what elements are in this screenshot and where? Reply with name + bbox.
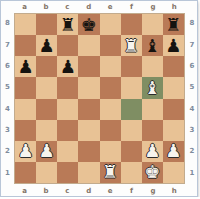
- square-f2[interactable]: [121, 141, 142, 162]
- square-e2[interactable]: [100, 141, 121, 162]
- file-label-d: d: [78, 188, 99, 195]
- piece-white-bishop-g5[interactable]: ♝: [144, 79, 160, 97]
- square-a8[interactable]: [15, 14, 36, 35]
- square-d1[interactable]: [78, 162, 99, 183]
- square-g4[interactable]: [142, 99, 163, 120]
- square-a5[interactable]: [15, 77, 36, 98]
- rank-label-5: 5: [1, 84, 14, 91]
- square-g6[interactable]: [142, 56, 163, 77]
- piece-black-rook-h8[interactable]: ♜: [165, 16, 181, 34]
- piece-white-rook-e1[interactable]: ♜: [102, 163, 118, 181]
- square-d3[interactable]: [78, 120, 99, 141]
- square-g7[interactable]: ♝: [142, 35, 163, 56]
- square-c4[interactable]: [57, 99, 78, 120]
- square-e1[interactable]: ♜: [100, 162, 121, 183]
- file-label-g: g: [142, 188, 163, 195]
- file-label-c: c: [57, 4, 78, 11]
- square-a7[interactable]: [15, 35, 36, 56]
- square-h5[interactable]: [163, 77, 184, 98]
- file-labels-top: abcdefgh: [14, 1, 185, 13]
- piece-black-rook-c8[interactable]: ♜: [60, 16, 76, 34]
- square-e3[interactable]: [100, 120, 121, 141]
- square-a4[interactable]: [15, 99, 36, 120]
- rank-label-8: 8: [185, 20, 198, 27]
- rank-label-1: 1: [1, 170, 14, 177]
- square-b3[interactable]: [36, 120, 57, 141]
- square-a1[interactable]: [15, 162, 36, 183]
- file-label-b: b: [35, 188, 56, 195]
- square-d5[interactable]: [78, 77, 99, 98]
- square-c6[interactable]: ♟: [57, 56, 78, 77]
- square-b1[interactable]: [36, 162, 57, 183]
- rank-label-7: 7: [185, 42, 198, 49]
- rank-label-6: 6: [1, 63, 14, 70]
- square-d2[interactable]: [78, 141, 99, 162]
- file-label-e: e: [100, 4, 121, 11]
- rank-label-1: 1: [185, 170, 198, 177]
- square-e7[interactable]: [100, 35, 121, 56]
- file-label-f: f: [121, 188, 142, 195]
- square-d8[interactable]: ♚: [78, 14, 99, 35]
- piece-black-pawn-c6[interactable]: ♟: [60, 58, 76, 76]
- chess-board-widget: abcdefgh 87654321 ♜♚♜♟♜♝♟♟♟♝♟♟♟♟♜♚ 87654…: [0, 0, 198, 197]
- square-h1[interactable]: [163, 162, 184, 183]
- chess-board: ♜♚♜♟♜♝♟♟♟♝♟♟♟♟♜♚: [14, 13, 185, 184]
- square-f4[interactable]: [121, 99, 142, 120]
- piece-white-pawn-g2[interactable]: ♟: [144, 142, 160, 160]
- square-f1[interactable]: [121, 162, 142, 183]
- file-label-b: b: [35, 4, 56, 11]
- square-d6[interactable]: [78, 56, 99, 77]
- file-label-a: a: [14, 188, 35, 195]
- rank-label-5: 5: [185, 84, 198, 91]
- square-h2[interactable]: ♟: [163, 141, 184, 162]
- file-label-c: c: [57, 188, 78, 195]
- square-g8[interactable]: [142, 14, 163, 35]
- square-c1[interactable]: [57, 162, 78, 183]
- square-b4[interactable]: [36, 99, 57, 120]
- square-h7[interactable]: ♟: [163, 35, 184, 56]
- file-label-d: d: [78, 4, 99, 11]
- square-c8[interactable]: ♜: [57, 14, 78, 35]
- rank-label-8: 8: [1, 20, 14, 27]
- square-c3[interactable]: [57, 120, 78, 141]
- square-c7[interactable]: [57, 35, 78, 56]
- square-b5[interactable]: [36, 77, 57, 98]
- square-h3[interactable]: [163, 120, 184, 141]
- rank-label-3: 3: [1, 127, 14, 134]
- square-g5[interactable]: ♝: [142, 77, 163, 98]
- square-f5[interactable]: [121, 77, 142, 98]
- square-d4[interactable]: [78, 99, 99, 120]
- rank-labels-right: 87654321: [185, 13, 198, 184]
- rank-label-2: 2: [1, 148, 14, 155]
- square-a3[interactable]: [15, 120, 36, 141]
- square-f8[interactable]: [121, 14, 142, 35]
- square-f6[interactable]: [121, 56, 142, 77]
- rank-label-7: 7: [1, 42, 14, 49]
- square-b7[interactable]: ♟: [36, 35, 57, 56]
- square-e4[interactable]: [100, 99, 121, 120]
- file-label-f: f: [121, 4, 142, 11]
- piece-black-pawn-a6[interactable]: ♟: [17, 58, 33, 76]
- square-b6[interactable]: [36, 56, 57, 77]
- square-b2[interactable]: ♟: [36, 141, 57, 162]
- file-labels-bottom: abcdefgh: [14, 184, 185, 197]
- square-f3[interactable]: [121, 120, 142, 141]
- file-label-g: g: [142, 4, 163, 11]
- rank-label-4: 4: [185, 106, 198, 113]
- piece-black-king-d8[interactable]: ♚: [81, 16, 97, 34]
- piece-black-bishop-g7[interactable]: ♝: [144, 37, 160, 55]
- square-g1[interactable]: ♚: [142, 162, 163, 183]
- rank-label-6: 6: [185, 63, 198, 70]
- rank-labels-left: 87654321: [1, 13, 14, 184]
- square-c2[interactable]: [57, 141, 78, 162]
- square-e5[interactable]: [100, 77, 121, 98]
- square-h6[interactable]: [163, 56, 184, 77]
- piece-black-pawn-h7[interactable]: ♟: [165, 37, 181, 55]
- square-h8[interactable]: ♜: [163, 14, 184, 35]
- file-label-e: e: [100, 188, 121, 195]
- square-f7[interactable]: ♜: [121, 35, 142, 56]
- square-e8[interactable]: [100, 14, 121, 35]
- rank-label-2: 2: [185, 148, 198, 155]
- rank-label-3: 3: [185, 127, 198, 134]
- piece-black-pawn-b7[interactable]: ♟: [39, 37, 55, 55]
- piece-white-rook-f7[interactable]: ♜: [123, 37, 139, 55]
- square-c5[interactable]: [57, 77, 78, 98]
- file-label-h: h: [164, 4, 185, 11]
- file-label-h: h: [164, 188, 185, 195]
- board-layout: abcdefgh 87654321 ♜♚♜♟♜♝♟♟♟♝♟♟♟♟♜♚ 87654…: [1, 1, 197, 197]
- piece-white-king-g1[interactable]: ♚: [144, 163, 160, 181]
- rank-label-4: 4: [1, 106, 14, 113]
- square-a2[interactable]: ♟: [15, 141, 36, 162]
- square-g3[interactable]: [142, 120, 163, 141]
- square-e6[interactable]: [100, 56, 121, 77]
- file-label-a: a: [14, 4, 35, 11]
- piece-white-pawn-b2[interactable]: ♟: [39, 142, 55, 160]
- square-h4[interactable]: [163, 99, 184, 120]
- square-b8[interactable]: [36, 14, 57, 35]
- piece-white-pawn-a2[interactable]: ♟: [17, 142, 33, 160]
- square-g2[interactable]: ♟: [142, 141, 163, 162]
- square-a6[interactable]: ♟: [15, 56, 36, 77]
- piece-white-pawn-h2[interactable]: ♟: [165, 142, 181, 160]
- square-d7[interactable]: [78, 35, 99, 56]
